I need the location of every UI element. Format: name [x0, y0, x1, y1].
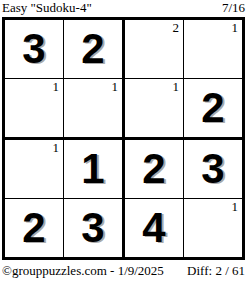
cell-r4c3[interactable]: 4	[125, 199, 184, 257]
pencil-mark: 2	[173, 21, 180, 34]
cell-r4c2[interactable]: 3	[64, 199, 125, 257]
cell-value: 3	[22, 28, 45, 70]
cell-r2c2[interactable]: 1	[64, 79, 125, 140]
cell-r2c1[interactable]: 1	[5, 79, 64, 140]
sudoku-board: 3221111211232341	[2, 17, 245, 260]
pencil-mark: 1	[53, 141, 60, 154]
page-title: Easy "Sudoku-4"	[2, 0, 92, 15]
cell-r1c1[interactable]: 3	[5, 20, 64, 79]
cell-value: 3	[81, 207, 104, 249]
cell-value: 1	[81, 148, 104, 190]
page-header: Easy "Sudoku-4" 7/16	[2, 0, 245, 15]
pencil-mark: 1	[53, 80, 60, 93]
cell-r3c1[interactable]: 1	[5, 140, 64, 199]
cell-r3c3[interactable]: 2	[125, 140, 184, 199]
cell-r1c3[interactable]: 2	[125, 20, 184, 79]
pencil-mark: 1	[232, 200, 239, 213]
cell-value: 2	[201, 87, 224, 129]
pencil-mark: 1	[232, 21, 239, 34]
page-footer: ©grouppuzzles.com - 1/9/2025 Diff: 2 / 6…	[2, 264, 245, 278]
copyright-text: ©grouppuzzles.com - 1/9/2025	[2, 264, 164, 278]
cell-r3c2[interactable]: 1	[64, 140, 125, 199]
cell-value: 4	[142, 207, 165, 249]
cell-r3c4[interactable]: 3	[184, 140, 242, 199]
cell-value: 2	[22, 207, 45, 249]
puzzle-page: Easy "Sudoku-4" 7/16 3221111211232341 ©g…	[0, 0, 247, 282]
cell-r4c4[interactable]: 1	[184, 199, 242, 257]
cell-r4c1[interactable]: 2	[5, 199, 64, 257]
pencil-mark: 1	[173, 80, 180, 93]
page-number: 7/16	[222, 0, 245, 15]
difficulty-text: Diff: 2 / 61	[187, 264, 245, 278]
cell-value: 2	[81, 28, 104, 70]
cell-value: 2	[142, 148, 165, 190]
cell-r2c4[interactable]: 2	[184, 79, 242, 140]
cell-r1c2[interactable]: 2	[64, 20, 125, 79]
cell-value: 3	[201, 148, 224, 190]
pencil-mark: 1	[112, 80, 119, 93]
cell-r2c3[interactable]: 1	[125, 79, 184, 140]
cell-r1c4[interactable]: 1	[184, 20, 242, 79]
